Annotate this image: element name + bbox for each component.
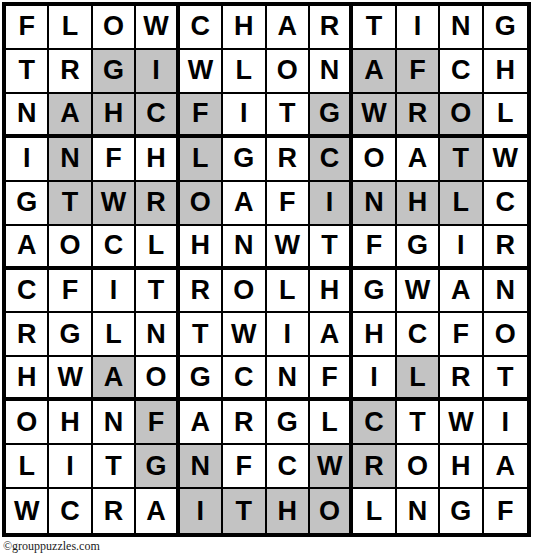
cell-r7c3: I [93,270,136,314]
cell-r4c2: N [49,138,92,182]
cell-r1c3: O [93,6,136,50]
cell-r5c5: O [180,182,223,226]
cell-r8c11: F [440,313,483,357]
cell-r10c6: R [223,401,266,445]
cell-r9c3: A [93,357,136,401]
site-credit: ©grouppuzzles.com [3,539,100,553]
cell-r8c7: I [267,313,310,357]
cell-r12c1: W [6,489,49,533]
cell-r7c7: L [267,270,310,314]
cell-r11c9: R [353,445,396,489]
cell-r5c1: G [6,182,49,226]
cell-r5c6: A [223,182,266,226]
cell-r8c4: N [136,313,179,357]
cell-r10c10: T [397,401,440,445]
cell-r9c5: G [180,357,223,401]
cell-r7c2: F [49,270,92,314]
cell-r6c5: H [180,226,223,270]
cell-r7c9: G [353,270,396,314]
cell-r9c7: N [267,357,310,401]
cell-r7c8: H [310,270,353,314]
cell-r9c6: C [223,357,266,401]
cell-r1c10: I [397,6,440,50]
cell-r2c9: A [353,50,396,94]
cell-r5c11: L [440,182,483,226]
cell-r2c8: N [310,50,353,94]
cell-r1c2: L [49,6,92,50]
cell-r3c1: N [6,94,49,138]
cell-r2c5: W [180,50,223,94]
cell-r3c9: W [353,94,396,138]
cell-r4c10: A [397,138,440,182]
cell-r1c6: H [223,6,266,50]
cell-r1c7: A [267,6,310,50]
cell-r3c10: R [397,94,440,138]
cell-r3c3: H [93,94,136,138]
cell-r7c4: T [136,270,179,314]
cell-r9c2: W [49,357,92,401]
cell-r7c12: N [484,270,527,314]
cell-r12c6: T [223,489,266,533]
cell-r11c2: I [49,445,92,489]
cell-r8c10: C [397,313,440,357]
cell-r7c11: A [440,270,483,314]
cell-r11c3: T [93,445,136,489]
cell-r1c8: R [310,6,353,50]
cell-r4c8: C [310,138,353,182]
cell-r7c6: O [223,270,266,314]
cell-r11c4: G [136,445,179,489]
cell-r11c8: W [310,445,353,489]
cell-r11c11: H [440,445,483,489]
cell-r8c3: L [93,313,136,357]
cell-r4c7: R [267,138,310,182]
cell-r7c10: W [397,270,440,314]
cell-r12c9: L [353,489,396,533]
cell-r7c1: C [6,270,49,314]
cell-r9c8: F [310,357,353,401]
cell-r1c1: F [6,6,49,50]
cell-r10c5: A [180,401,223,445]
cell-r5c4: R [136,182,179,226]
cell-r12c12: F [484,489,527,533]
cell-r8c1: R [6,313,49,357]
cell-r12c5: I [180,489,223,533]
cell-r6c9: F [353,226,396,270]
cell-r2c12: H [484,50,527,94]
cell-r8c6: W [223,313,266,357]
cell-r2c11: C [440,50,483,94]
cell-r3c8: G [310,94,353,138]
cell-r10c7: G [267,401,310,445]
cell-r6c3: C [93,226,136,270]
cell-r5c9: N [353,182,396,226]
cell-r6c7: W [267,226,310,270]
cell-r6c4: L [136,226,179,270]
cell-r2c6: L [223,50,266,94]
cell-r4c11: T [440,138,483,182]
cell-r4c9: O [353,138,396,182]
cell-r4c3: F [93,138,136,182]
cell-r10c12: I [484,401,527,445]
cell-r8c5: T [180,313,223,357]
cell-r3c4: C [136,94,179,138]
cell-r3c5: F [180,94,223,138]
cell-r6c11: I [440,226,483,270]
cell-r12c7: H [267,489,310,533]
cell-r9c10: L [397,357,440,401]
cell-r3c2: A [49,94,92,138]
cell-r6c10: G [397,226,440,270]
cell-r9c4: O [136,357,179,401]
cell-r8c9: H [353,313,396,357]
cell-r10c8: L [310,401,353,445]
cell-r5c2: T [49,182,92,226]
cell-r4c5: L [180,138,223,182]
cell-r4c4: H [136,138,179,182]
cell-r3c12: L [484,94,527,138]
cell-r6c2: O [49,226,92,270]
cell-r1c11: N [440,6,483,50]
cell-r2c10: F [397,50,440,94]
cell-r11c6: F [223,445,266,489]
cell-r11c5: N [180,445,223,489]
cell-r10c1: O [6,401,49,445]
cell-r6c6: N [223,226,266,270]
cell-r5c12: C [484,182,527,226]
cell-r9c11: R [440,357,483,401]
cell-r1c5: C [180,6,223,50]
cell-r7c5: R [180,270,223,314]
cell-r9c9: I [353,357,396,401]
cell-r4c6: G [223,138,266,182]
cell-r12c4: A [136,489,179,533]
cell-r10c2: H [49,401,92,445]
cell-r11c1: L [6,445,49,489]
cell-r12c3: R [93,489,136,533]
cell-r12c2: C [49,489,92,533]
cell-r6c1: A [6,226,49,270]
cell-r8c8: A [310,313,353,357]
cell-r8c12: O [484,313,527,357]
cell-r9c1: H [6,357,49,401]
cell-r10c9: C [353,401,396,445]
cell-r12c10: N [397,489,440,533]
cell-r2c3: G [93,50,136,94]
cell-r4c1: I [6,138,49,182]
cell-r6c12: R [484,226,527,270]
cell-r2c7: O [267,50,310,94]
cell-r10c11: W [440,401,483,445]
cell-r10c3: N [93,401,136,445]
cell-r2c2: R [49,50,92,94]
cell-r5c3: W [93,182,136,226]
cell-r1c12: G [484,6,527,50]
cell-r11c12: A [484,445,527,489]
cell-r5c7: F [267,182,310,226]
cell-r3c7: T [267,94,310,138]
cell-r6c8: T [310,226,353,270]
cell-r9c12: T [484,357,527,401]
cell-r1c9: T [353,6,396,50]
cell-r3c6: I [223,94,266,138]
cell-r3c11: O [440,94,483,138]
cell-r8c2: G [49,313,92,357]
cell-r5c8: I [310,182,353,226]
wordoku-board: FLOWCHARTINGTRGIWLONAFCHNAHCFITGWROLINFH… [2,2,531,537]
cell-r5c10: H [397,182,440,226]
cell-r11c7: C [267,445,310,489]
cell-r1c4: W [136,6,179,50]
cell-r2c4: I [136,50,179,94]
cell-r11c10: O [397,445,440,489]
cell-r10c4: F [136,401,179,445]
cell-r2c1: T [6,50,49,94]
cell-r4c12: W [484,138,527,182]
cell-r12c8: O [310,489,353,533]
cell-r12c11: G [440,489,483,533]
